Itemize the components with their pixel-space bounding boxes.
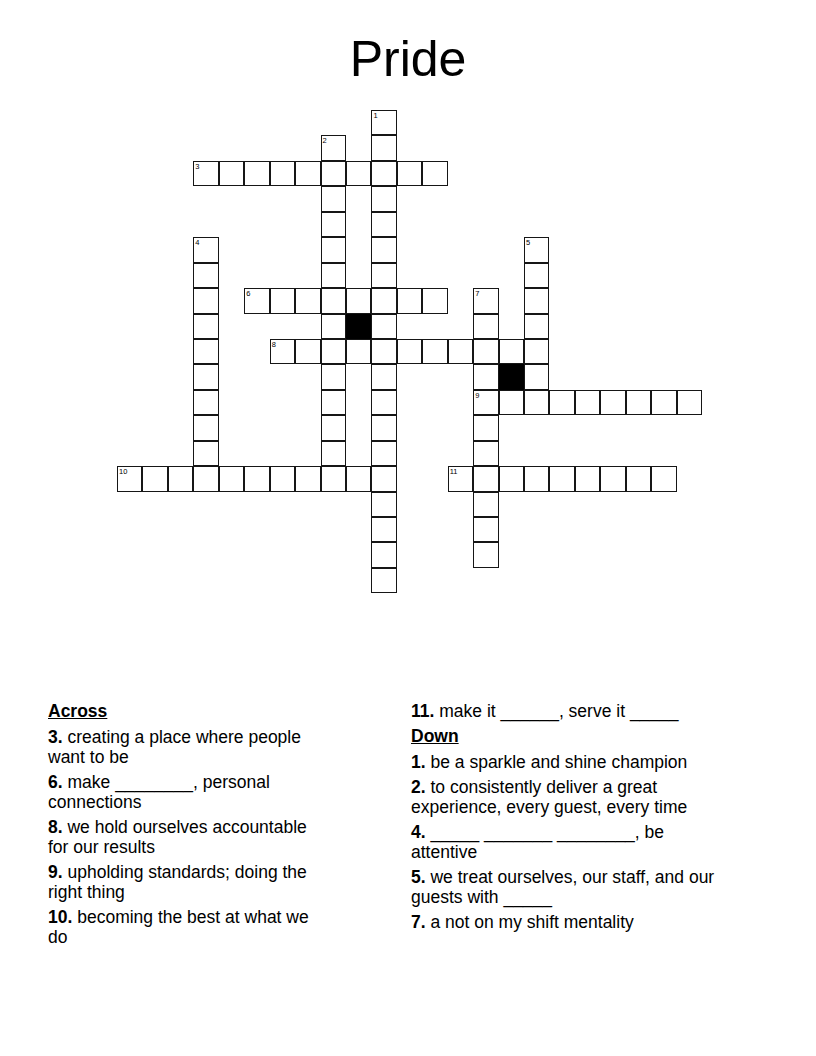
cell-number: 11 — [450, 467, 458, 476]
clue-number: 4. — [411, 822, 426, 842]
clue-text: make it ______, serve it _____ — [434, 701, 678, 721]
clues-column-right: 11. make it ______, serve it _____ Down … — [411, 701, 717, 937]
letter-cell[interactable]: 8 — [270, 339, 295, 364]
clue-text: we treat ourselves, our staff, and our g… — [411, 867, 714, 907]
crossword-grid: 1234567891011 — [117, 110, 702, 593]
letter-cell[interactable] — [321, 212, 346, 237]
letter-cell[interactable] — [193, 339, 218, 364]
letter-cell[interactable] — [193, 466, 218, 491]
letter-cell[interactable] — [346, 339, 371, 364]
letter-cell[interactable] — [371, 212, 396, 237]
letter-cell[interactable] — [346, 161, 371, 186]
letter-cell[interactable] — [371, 542, 396, 567]
letter-cell[interactable] — [193, 314, 218, 339]
letter-cell[interactable] — [651, 466, 676, 491]
letter-cell[interactable] — [219, 161, 244, 186]
cell-number: 8 — [272, 340, 276, 349]
letter-cell[interactable] — [371, 314, 396, 339]
letter-cell[interactable] — [473, 441, 498, 466]
letter-cell[interactable] — [371, 339, 396, 364]
letter-cell[interactable] — [422, 161, 447, 186]
cell-number: 2 — [323, 136, 327, 145]
letter-cell[interactable] — [270, 161, 295, 186]
clue-across-10: 10. becoming the best at what we do — [48, 907, 324, 947]
letter-cell[interactable] — [473, 339, 498, 364]
letter-cell[interactable]: 7 — [473, 288, 498, 313]
down-heading: Down — [411, 726, 717, 746]
clue-across-6: 6. make ________, personal connections — [48, 772, 324, 812]
clue-down-2: 2. to consistently deliver a great exper… — [411, 777, 717, 817]
letter-cell[interactable] — [193, 390, 218, 415]
cell-number: 6 — [246, 289, 250, 298]
clue-text: we hold ourselves accountable for our re… — [48, 817, 307, 857]
letter-cell[interactable] — [321, 237, 346, 262]
letter-cell[interactable] — [244, 161, 269, 186]
letter-cell[interactable] — [549, 466, 574, 491]
cell-number: 3 — [195, 162, 199, 171]
letter-cell[interactable] — [321, 288, 346, 313]
clue-across-11: 11. make it ______, serve it _____ — [411, 701, 717, 721]
letter-cell[interactable] — [244, 466, 269, 491]
letter-cell[interactable] — [270, 466, 295, 491]
letter-cell[interactable] — [397, 339, 422, 364]
clue-text: a not on my shift mentality — [426, 912, 634, 932]
letter-cell[interactable] — [473, 314, 498, 339]
letter-cell[interactable] — [371, 568, 396, 593]
across-clues-overflow: 11. make it ______, serve it _____ — [411, 701, 717, 721]
cell-number: 9 — [475, 391, 479, 400]
clue-number: 7. — [411, 912, 426, 932]
cell-number: 4 — [195, 238, 199, 247]
letter-cell[interactable] — [321, 441, 346, 466]
cell-number: 1 — [373, 111, 377, 120]
letter-cell[interactable] — [371, 441, 396, 466]
letter-cell[interactable]: 6 — [244, 288, 269, 313]
letter-cell[interactable] — [371, 466, 396, 491]
letter-cell[interactable] — [524, 364, 549, 389]
clue-text: to consistently deliver a great experien… — [411, 777, 687, 817]
clue-number: 8. — [48, 817, 63, 837]
letter-cell[interactable] — [270, 288, 295, 313]
letter-cell[interactable] — [321, 339, 346, 364]
letter-cell[interactable] — [371, 517, 396, 542]
letter-cell[interactable] — [321, 415, 346, 440]
letter-cell[interactable]: 1 — [371, 110, 396, 135]
letter-cell[interactable] — [193, 288, 218, 313]
clue-number: 2. — [411, 777, 426, 797]
clue-text: creating a place where people want to be — [48, 727, 301, 767]
across-heading: Across — [48, 701, 324, 721]
cell-number: 5 — [526, 238, 530, 247]
letter-cell[interactable] — [295, 339, 320, 364]
letter-cell[interactable] — [193, 364, 218, 389]
cell-number: 10 — [119, 467, 127, 476]
letter-cell[interactable] — [524, 339, 549, 364]
letter-cell[interactable] — [499, 339, 524, 364]
clue-number: 11. — [411, 701, 434, 721]
clue-number: 3. — [48, 727, 63, 747]
letter-cell[interactable] — [371, 492, 396, 517]
letter-cell[interactable] — [295, 288, 320, 313]
letter-cell[interactable] — [422, 339, 447, 364]
letter-cell[interactable] — [499, 390, 524, 415]
letter-cell[interactable] — [321, 186, 346, 211]
letter-cell[interactable] — [346, 288, 371, 313]
letter-cell[interactable] — [321, 161, 346, 186]
clues-column-left: Across 3. creating a place where people … — [48, 701, 324, 952]
letter-cell[interactable] — [524, 466, 549, 491]
letter-cell[interactable] — [193, 441, 218, 466]
letter-cell[interactable] — [499, 466, 524, 491]
letter-cell[interactable] — [321, 314, 346, 339]
clue-text: becoming the best at what we do — [48, 907, 309, 947]
letter-cell[interactable]: 2 — [321, 135, 346, 160]
letter-cell[interactable]: 9 — [473, 390, 498, 415]
letter-cell[interactable] — [422, 288, 447, 313]
clue-number: 6. — [48, 772, 63, 792]
letter-cell[interactable] — [651, 390, 676, 415]
letter-cell[interactable]: 11 — [448, 466, 473, 491]
across-clues-list: 3. creating a place where people want to… — [48, 727, 324, 947]
letter-cell[interactable] — [371, 186, 396, 211]
letter-cell[interactable] — [371, 364, 396, 389]
letter-cell[interactable] — [524, 263, 549, 288]
clue-number: 1. — [411, 752, 426, 772]
clue-text: _____ _______ ________, be attentive — [411, 822, 664, 862]
letter-cell[interactable] — [219, 466, 244, 491]
clue-down-1: 1. be a sparkle and shine champion — [411, 752, 717, 772]
letter-cell[interactable]: 3 — [193, 161, 218, 186]
letter-cell[interactable] — [575, 466, 600, 491]
cell-number: 7 — [475, 289, 479, 298]
letter-cell[interactable] — [473, 492, 498, 517]
letter-cell[interactable] — [397, 161, 422, 186]
letter-cell[interactable] — [626, 390, 651, 415]
letter-cell[interactable] — [346, 466, 371, 491]
letter-cell[interactable] — [371, 135, 396, 160]
clue-down-4: 4. _____ _______ ________, be attentive — [411, 822, 717, 862]
clue-down-7: 7. a not on my shift mentality — [411, 912, 717, 932]
letter-cell[interactable] — [549, 390, 574, 415]
clue-number: 10. — [48, 907, 72, 927]
letter-cell[interactable] — [473, 517, 498, 542]
black-cell — [499, 364, 524, 389]
letter-cell[interactable] — [371, 263, 396, 288]
clue-across-8: 8. we hold ourselves accountable for our… — [48, 817, 324, 857]
clue-text: upholding standards; doing the right thi… — [48, 862, 307, 902]
letter-cell[interactable] — [321, 466, 346, 491]
letter-cell[interactable] — [371, 237, 396, 262]
letter-cell[interactable] — [473, 466, 498, 491]
black-cell — [346, 314, 371, 339]
letter-cell[interactable] — [448, 339, 473, 364]
letter-cell[interactable] — [168, 466, 193, 491]
letter-cell[interactable] — [397, 288, 422, 313]
letter-cell[interactable] — [193, 415, 218, 440]
clue-number: 5. — [411, 867, 426, 887]
letter-cell[interactable] — [295, 161, 320, 186]
letter-cell[interactable] — [600, 390, 625, 415]
letter-cell[interactable] — [321, 364, 346, 389]
letter-cell[interactable] — [321, 390, 346, 415]
clue-text: be a sparkle and shine champion — [426, 752, 688, 772]
clue-across-9: 9. upholding standards; doing the right … — [48, 862, 324, 902]
letter-cell[interactable] — [473, 415, 498, 440]
puzzle-title: Pride — [0, 30, 816, 88]
letter-cell[interactable]: 4 — [193, 237, 218, 262]
letter-cell[interactable] — [575, 390, 600, 415]
down-clues-list: 1. be a sparkle and shine champion2. to … — [411, 752, 717, 932]
letter-cell[interactable]: 5 — [524, 237, 549, 262]
letter-cell[interactable] — [295, 466, 320, 491]
letter-cell[interactable] — [371, 415, 396, 440]
letter-cell[interactable] — [524, 390, 549, 415]
letter-cell[interactable] — [626, 466, 651, 491]
clue-text: make ________, personal connections — [48, 772, 270, 812]
letter-cell[interactable] — [371, 161, 396, 186]
clue-down-5: 5. we treat ourselves, our staff, and ou… — [411, 867, 717, 907]
letter-cell[interactable] — [524, 314, 549, 339]
letter-cell[interactable] — [321, 263, 346, 288]
letter-cell[interactable] — [524, 288, 549, 313]
clue-across-3: 3. creating a place where people want to… — [48, 727, 324, 767]
clue-number: 9. — [48, 862, 63, 882]
letter-cell[interactable] — [473, 364, 498, 389]
letter-cell[interactable] — [193, 263, 218, 288]
letter-cell[interactable] — [371, 288, 396, 313]
letter-cell[interactable] — [600, 466, 625, 491]
letter-cell[interactable] — [371, 390, 396, 415]
letter-cell[interactable]: 10 — [117, 466, 142, 491]
letter-cell[interactable] — [142, 466, 167, 491]
letter-cell[interactable] — [473, 542, 498, 567]
letter-cell[interactable] — [677, 390, 702, 415]
